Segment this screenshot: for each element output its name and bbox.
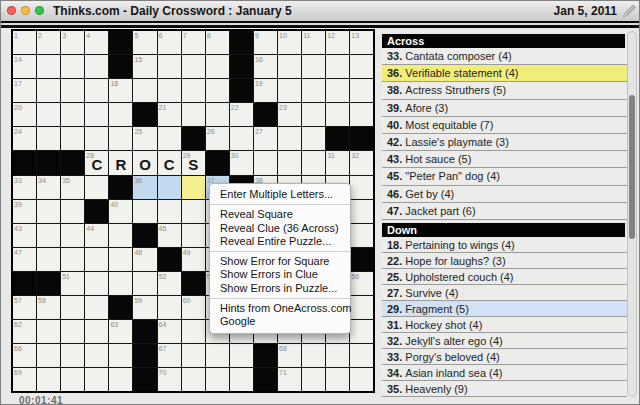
clue-row[interactable]: 27.Survive (4) [382,285,627,301]
puzzle-date: Jan 5, 2011 [554,4,617,18]
grid-cell[interactable]: 68 [278,344,301,367]
clue-row[interactable]: 40.Most equitable (7) [382,117,627,134]
menu-item[interactable]: Reveal Entire Puzzle... [210,235,350,248]
menu-item[interactable]: Show Errors in Puzzle... [210,282,350,295]
menu-separator [210,251,350,252]
app-window: Thinks.com - Daily Crossword : January 5… [0,0,640,405]
cell-number: 27 [255,127,263,136]
grid-cell[interactable]: 58 [37,296,60,319]
grid-cell[interactable] [302,151,325,174]
cell-number: 33 [14,176,22,185]
grid-cell[interactable]: 26 [206,127,229,150]
across-list: 33.Cantata composer (4)36.Verifiable sta… [382,48,627,220]
grid-cell-black [109,55,132,78]
grid-cell[interactable]: 60 [182,296,205,319]
grid-cell[interactable] [61,344,84,367]
clue-row[interactable]: 33.Porgy's beloved (4) [382,349,627,365]
cell-number: 6 [159,31,163,40]
grid-cell-black [61,151,84,174]
grid-cell[interactable] [302,344,325,367]
clue-row[interactable]: 35.Heavenly (9) [382,381,627,397]
grid-cell[interactable] [37,320,60,343]
clue-scrollbar-thumb[interactable] [629,95,635,239]
grid-cell[interactable]: 30 [230,151,253,174]
cell-number: 58 [38,296,46,305]
grid-cell-black [133,320,156,343]
grid-cell[interactable]: 27 [254,127,277,150]
grid-cell[interactable]: 70 [158,368,181,391]
grid-cell[interactable]: 31 [326,151,349,174]
clue-scrollbar[interactable] [627,31,637,397]
grid-cell[interactable]: 35 [61,176,84,199]
grid-cell[interactable] [37,200,60,223]
grid-cell-black [109,176,132,199]
grid-cell[interactable] [158,55,181,78]
cell-number: 12 [327,31,335,40]
grid-cell[interactable]: 45 [158,224,181,247]
grid-cell[interactable]: 49 [182,248,205,271]
grid-cell[interactable] [85,296,108,319]
grid-cell[interactable] [182,344,205,367]
grid-cell[interactable] [109,103,132,126]
menu-item[interactable]: Enter Multiple Letters... [210,188,350,201]
grid-cell[interactable] [350,103,373,126]
cell-number: 59 [134,296,142,305]
grid-cell[interactable] [85,248,108,271]
grid-cell[interactable] [326,368,349,391]
cell-number: 62 [14,320,22,329]
grid-cell[interactable] [158,127,181,150]
grid-cell[interactable] [230,127,253,150]
grid-cell[interactable] [133,272,156,295]
cell-number: 5 [134,31,138,40]
grid-cell[interactable]: 1 [13,31,36,54]
cell-number: 32 [351,151,359,160]
grid-cell[interactable]: 2 [37,31,60,54]
down-header: Down [382,223,625,237]
grid-cell[interactable] [85,103,108,126]
grid-cell[interactable] [350,320,373,343]
grid-cell[interactable] [61,103,84,126]
grid-cell[interactable]: 57 [13,296,36,319]
clue-number: 43. [387,153,402,165]
grid-cell[interactable]: R [109,151,132,174]
grid-cell[interactable]: 12 [326,31,349,54]
grid-cell[interactable]: 16 [254,55,277,78]
grid-cell[interactable] [302,55,325,78]
close-button-icon[interactable] [7,6,16,15]
grid-cell[interactable]: 56 [350,272,373,295]
clue-row[interactable]: 36.Verifiable statement (4) [382,65,627,82]
cell-number: 68 [279,344,287,353]
grid-cell[interactable] [85,320,108,343]
grid-cell[interactable] [182,176,205,199]
grid-cell[interactable] [350,176,373,199]
cell-number: 69 [14,368,22,377]
clue-row[interactable]: 43.Hot sauce (5) [382,151,627,168]
clue-text: Hope for laughs? (3) [405,255,505,267]
grid-cell[interactable] [182,79,205,102]
clue-number: 34. [387,367,402,379]
grid-cell[interactable] [61,368,84,391]
clue-row[interactable]: 46.Get by (4) [382,186,627,203]
grid-cell[interactable] [61,55,84,78]
grid-cell[interactable] [37,55,60,78]
grid-cell[interactable] [302,79,325,102]
clue-text: Hockey shot (4) [405,319,482,331]
grid-cell[interactable]: 7 [182,31,205,54]
context-menu: Enter Multiple Letters...Reveal SquareRe… [209,183,351,334]
elapsed-timer: 00:01:41 [19,395,63,405]
clue-text: Pertaining to wings (4) [405,239,514,251]
pencil-icon [621,3,637,19]
menu-item[interactable]: Reveal Square [210,208,350,221]
grid-cell-black [109,296,132,319]
grid-cell[interactable] [61,127,84,150]
grid-cell[interactable]: 52 [158,272,181,295]
cell-number: 35 [62,176,70,185]
cell-number: 56 [351,272,359,281]
clue-row[interactable]: 29.Fragment (5) [382,301,627,317]
grid-cell[interactable] [61,296,84,319]
grid-cell[interactable]: 71 [278,368,301,391]
grid-cell[interactable] [254,151,277,174]
grid-cell[interactable]: 11 [302,31,325,54]
grid-cell[interactable] [350,296,373,319]
grid-cell[interactable] [206,368,229,391]
cell-number: 40 [110,200,118,209]
grid-cell[interactable] [61,200,84,223]
grid-cell[interactable]: 64 [158,320,181,343]
window-title: Thinks.com - Daily Crossword : January 5 [53,4,292,18]
grid-cell[interactable]: 24 [13,127,36,150]
cell-number: 3 [62,31,66,40]
grid-cell[interactable] [278,55,301,78]
cell-number: 34 [38,176,46,185]
clue-text: Hot sauce (5) [405,153,471,165]
grid-cell[interactable]: 8 [206,31,229,54]
grid-cell[interactable] [326,103,349,126]
grid-cell[interactable] [350,224,373,247]
cell-letter: S [182,151,205,174]
zoom-button-icon[interactable] [35,6,44,15]
cell-number: 64 [159,320,167,329]
cell-number: 30 [231,151,239,160]
cell-number: 25 [134,127,142,136]
grid-cell[interactable] [37,224,60,247]
grid-cell[interactable]: 21 [158,103,181,126]
clue-number: 25. [387,271,402,283]
grid-cell-black [230,55,253,78]
clue-row[interactable]: 31.Hockey shot (4) [382,317,627,333]
grid-cell[interactable] [182,320,205,343]
clue-number: 35. [387,383,402,395]
clue-text: Lassie's playmate (3) [405,136,509,148]
cell-number: 39 [14,200,22,209]
grid-cell[interactable] [158,296,181,319]
grid-cell-black [182,272,205,295]
clue-row[interactable]: 18.Pertaining to wings (4) [382,237,627,253]
grid-cell-black [254,103,277,126]
grid-cell[interactable] [85,176,108,199]
grid-cell[interactable]: 44 [85,224,108,247]
grid-cell[interactable] [85,272,108,295]
cell-number: 48 [134,248,142,257]
minimize-button-icon[interactable] [21,6,30,15]
grid-cell-black [37,272,60,295]
grid-cell[interactable]: 59 [133,296,156,319]
cell-letter: O [133,151,156,174]
grid-cell[interactable] [133,79,156,102]
cell-number: 31 [327,151,335,160]
grid-cell[interactable] [85,368,108,391]
grid-cell[interactable] [37,79,60,102]
clue-number: 46. [387,188,402,200]
clue-row[interactable]: 38.Actress Struthers (5) [382,82,627,99]
menu-item[interactable]: Reveal Clue (36 Across) [210,222,350,235]
grid-cell[interactable] [206,103,229,126]
grid-cell[interactable] [37,344,60,367]
grid-cell[interactable]: 63 [109,320,132,343]
clue-text: Afore (3) [405,102,448,114]
clue-panel: Across 33.Cantata composer (4)36.Verifia… [381,27,639,404]
cell-number: 20 [14,103,22,112]
grid-cell-black [133,103,156,126]
grid-cell[interactable] [350,344,373,367]
grid-cell[interactable] [182,224,205,247]
grid-cell[interactable] [133,200,156,223]
grid-cell[interactable]: 69 [13,368,36,391]
clue-number: 32. [387,335,402,347]
grid-cell[interactable] [230,344,253,367]
clue-number: 36. [387,67,402,79]
clue-row[interactable]: 32.Jekyll's alter ego (4) [382,333,627,349]
grid-cell[interactable] [302,103,325,126]
grid-cell[interactable]: 22 [230,103,253,126]
grid-cell[interactable]: 13 [350,31,373,54]
cell-number: 11 [303,31,310,40]
grid-cell-black [13,272,36,295]
grid-cell[interactable] [109,224,132,247]
grid-cell[interactable] [85,344,108,367]
cell-number: 7 [183,31,187,40]
grid-cell[interactable]: 10 [278,31,301,54]
grid-cell[interactable]: O [133,151,156,174]
grid-cell[interactable] [158,176,181,199]
clue-number: 27. [387,287,402,299]
grid-cell[interactable] [182,103,205,126]
grid-cell[interactable]: 67 [158,344,181,367]
grid-cell[interactable] [182,368,205,391]
clue-row[interactable]: 34.Asian inland sea (4) [382,365,627,381]
cell-number: 52 [159,272,167,281]
clue-row[interactable]: 25.Upholstered couch (4) [382,269,627,285]
grid-cell[interactable] [158,200,181,223]
grid-cell[interactable] [350,368,373,391]
clue-text: Survive (4) [405,287,458,299]
grid-cell[interactable]: 36 [133,176,156,199]
cell-number: 17 [14,79,22,88]
grid-cell[interactable]: C [158,151,181,174]
grid-cell[interactable]: 17 [13,79,36,102]
grid-cell[interactable]: 9 [254,31,277,54]
grid-cell-black [254,344,277,367]
grid-cell[interactable]: 4 [85,31,108,54]
grid-cell[interactable] [350,200,373,223]
grid-cell[interactable]: 18 [109,79,132,102]
clue-row[interactable]: 33.Cantata composer (4) [382,48,627,65]
grid-cell[interactable]: 15 [133,55,156,78]
clue-text: Jacket part (6) [405,205,475,217]
grid-cell[interactable] [61,79,84,102]
grid-cell[interactable]: 25 [133,127,156,150]
grid-cell[interactable]: 19 [254,79,277,102]
grid-cell[interactable] [37,368,60,391]
menu-item[interactable]: Show Error for Square [210,255,350,268]
grid-cell[interactable] [278,151,301,174]
grid-cell[interactable] [158,79,181,102]
clue-number: 31. [387,319,402,331]
grid-cell[interactable]: 28C [85,151,108,174]
clue-row[interactable]: 22.Hope for laughs? (3) [382,253,627,269]
clue-number: 29. [387,303,402,315]
grid-cell-black [230,79,253,102]
grid-cell[interactable]: 6 [158,31,181,54]
cell-number: 13 [351,31,359,40]
cell-number: 49 [183,248,191,257]
grid-cell[interactable] [206,79,229,102]
cell-number: 22 [231,103,239,112]
cell-number: 10 [279,31,287,40]
grid-cell[interactable]: 66 [13,344,36,367]
grid-cell-black [37,151,60,174]
clue-text: Fragment (5) [405,303,469,315]
cell-letter: C [85,151,108,174]
grid-cell[interactable] [61,224,84,247]
clue-text: Get by (4) [405,188,454,200]
down-list: 18.Pertaining to wings (4)22.Hope for la… [382,237,627,397]
menu-separator [210,204,350,205]
grid-cell-black [254,368,277,391]
grid-cell[interactable] [230,368,253,391]
cell-number: 67 [159,344,167,353]
grid-cell[interactable] [206,344,229,367]
grid-cell[interactable] [85,127,108,150]
grid-cell[interactable] [109,368,132,391]
clue-number: 38. [387,84,402,96]
clue-row[interactable]: 39.Afore (3) [382,100,627,117]
clue-row[interactable]: 47.Jacket part (6) [382,203,627,220]
grid-cell-black [350,127,373,150]
cell-number: 21 [159,103,167,112]
grid-cell-black [133,224,156,247]
cell-letter: R [109,151,132,174]
cell-number: 26 [207,127,215,136]
grid-cell[interactable]: 48 [133,248,156,271]
grid-cell[interactable] [278,79,301,102]
menu-item[interactable]: Google [210,315,350,328]
grid-cell[interactable]: 43 [13,224,36,247]
cell-number: 71 [279,368,287,377]
clue-number: 45. [387,170,402,182]
grid-cell[interactable] [37,248,60,271]
grid-cell-black [109,31,132,54]
grid-cell-black [230,31,253,54]
cell-number: 2 [38,31,42,40]
grid-cell[interactable]: 39 [13,200,36,223]
grid-cell[interactable]: 34 [37,176,60,199]
grid-cell[interactable]: 5 [133,31,156,54]
grid-cell[interactable]: 20 [13,103,36,126]
clue-text: Most equitable (7) [405,119,493,131]
grid-cell[interactable] [302,127,325,150]
grid-cell[interactable]: 29S [182,151,205,174]
clue-row[interactable]: 45."Peter Pan" dog (4) [382,168,627,185]
grid-cell[interactable] [326,79,349,102]
grid-cell[interactable] [326,55,349,78]
clue-number: 39. [387,102,402,114]
grid-cell[interactable] [85,55,108,78]
grid-cell[interactable] [278,127,301,150]
grid-cell[interactable] [85,79,108,102]
grid-cell[interactable] [109,248,132,271]
clue-text: Jekyll's alter ego (4) [405,335,502,347]
menu-item[interactable]: Show Errors in Clue [210,268,350,281]
grid-cell[interactable]: 33 [13,176,36,199]
grid-cell[interactable]: 32 [350,151,373,174]
grid-cell[interactable] [182,55,205,78]
cell-number: 60 [183,296,191,305]
clue-number: 22. [387,255,402,267]
grid-cell[interactable] [37,127,60,150]
menu-item[interactable]: Hints from OneAcross.com [210,302,350,315]
cell-number: 14 [14,55,22,64]
grid-cell[interactable] [109,344,132,367]
cell-number: 45 [159,224,167,233]
grid-cell[interactable] [109,127,132,150]
grid-cell[interactable] [109,272,132,295]
clue-text: Heavenly (9) [405,383,467,395]
grid-cell[interactable]: 62 [13,320,36,343]
grid-cell[interactable]: 3 [61,31,84,54]
grid-cell[interactable]: 47 [13,248,36,271]
clue-row[interactable]: 42.Lassie's playmate (3) [382,134,627,151]
grid-cell[interactable]: 14 [13,55,36,78]
grid-cell[interactable]: 23 [278,103,301,126]
grid-cell[interactable] [326,344,349,367]
clue-text: Porgy's beloved (4) [405,351,499,363]
cell-number: 1 [14,31,18,40]
grid-cell[interactable] [350,79,373,102]
clue-number: 40. [387,119,402,131]
clue-text: Actress Struthers (5) [405,84,506,96]
grid-cell-black [326,127,349,150]
grid-cell[interactable]: 40 [109,200,132,223]
grid-cell[interactable] [61,248,84,271]
grid-cell[interactable] [37,103,60,126]
grid-cell[interactable] [350,55,373,78]
cell-number: 8 [207,31,211,40]
grid-cell[interactable] [206,55,229,78]
grid-cell[interactable] [61,320,84,343]
cell-number: 63 [110,320,118,329]
grid-cell[interactable] [302,368,325,391]
cell-number: 36 [134,176,142,185]
cell-number: 16 [255,55,263,64]
grid-cell[interactable]: 51 [61,272,84,295]
cell-number: 66 [14,344,22,353]
grid-cell[interactable] [182,200,205,223]
